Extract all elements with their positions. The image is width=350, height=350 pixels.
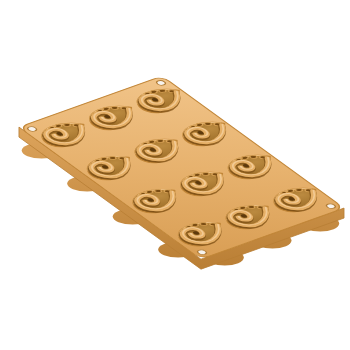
photo-stage <box>0 0 350 350</box>
product-photo <box>0 0 350 350</box>
